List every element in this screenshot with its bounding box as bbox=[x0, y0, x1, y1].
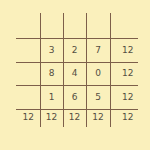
row-sum-1: 12 bbox=[110, 38, 150, 62]
cell-grid: 3 2 7 12 8 4 0 12 1 6 5 12 12 12 12 12 1… bbox=[0, 0, 150, 150]
cell-r1c3: 7 bbox=[86, 38, 110, 62]
row-sum-3: 12 bbox=[110, 85, 150, 109]
cell-r1c0 bbox=[0, 38, 40, 62]
corner-sum: 12 bbox=[0, 109, 40, 150]
row-sum-2: 12 bbox=[110, 62, 150, 85]
cell-r0c3 bbox=[86, 0, 110, 38]
cell-r0c4 bbox=[110, 0, 150, 38]
total-sum: 12 bbox=[110, 109, 150, 150]
cell-r2c2: 4 bbox=[63, 62, 86, 85]
col-sum-1: 12 bbox=[40, 109, 63, 150]
cell-r1c1: 3 bbox=[40, 38, 63, 62]
cell-r3c0 bbox=[0, 85, 40, 109]
cell-r1c2: 2 bbox=[63, 38, 86, 62]
cell-r3c3: 5 bbox=[86, 85, 110, 109]
cell-r3c2: 6 bbox=[63, 85, 86, 109]
col-sum-3: 12 bbox=[86, 109, 110, 150]
cell-r0c2 bbox=[63, 0, 86, 38]
cell-r2c1: 8 bbox=[40, 62, 63, 85]
cell-r2c0 bbox=[0, 62, 40, 85]
cell-r2c3: 0 bbox=[86, 62, 110, 85]
cell-r0c0 bbox=[0, 0, 40, 38]
puzzle-board: 3 2 7 12 8 4 0 12 1 6 5 12 12 12 12 12 1… bbox=[0, 0, 150, 150]
col-sum-2: 12 bbox=[63, 109, 86, 150]
cell-r3c1: 1 bbox=[40, 85, 63, 109]
cell-r0c1 bbox=[40, 0, 63, 38]
